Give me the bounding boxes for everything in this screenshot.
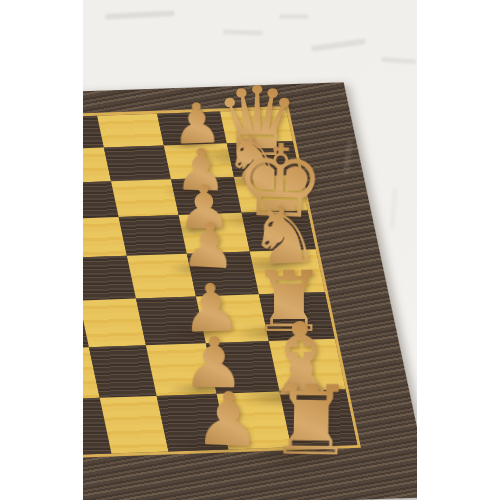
chessboard-photo: ♟♛♞♟♚♟♞♟♜♟♟♝♟♜ — [83, 0, 417, 500]
screenshot: ♟♛♞♟♚♟♞♟♜♟♟♝♟♜ — [0, 0, 500, 500]
white-pawn: ♟ — [194, 381, 263, 457]
pieces-layer: ♟♛♞♟♚♟♞♟♜♟♟♝♟♜ — [83, 0, 417, 500]
white-rook: ♜ — [267, 372, 355, 469]
wall-smudge — [279, 14, 309, 19]
